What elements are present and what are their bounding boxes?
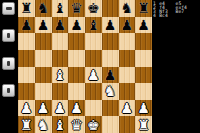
piece-black-queen: ♛ (70, 0, 83, 16)
square-f2[interactable] (102, 100, 119, 117)
square-f7[interactable]: ♟ (102, 17, 119, 34)
square-c1[interactable]: ♝ (52, 116, 69, 133)
square-b4[interactable] (35, 67, 52, 84)
square-b1[interactable]: ♞ (35, 116, 52, 133)
white-move[interactable]: Bc4 (159, 14, 175, 18)
square-c8[interactable]: ♝ (52, 0, 69, 17)
piece-black-pawn: ♟ (104, 17, 117, 33)
square-g1[interactable] (119, 116, 136, 133)
piece-white-bishop: ♝ (54, 117, 67, 133)
toolbar-button-4[interactable] (2, 84, 15, 97)
square-d8[interactable]: ♛ (68, 0, 85, 17)
square-a1[interactable]: ♜ (18, 116, 35, 133)
square-h4[interactable] (135, 67, 152, 84)
square-e4[interactable]: ♟ (85, 67, 102, 84)
square-b3[interactable] (35, 83, 52, 100)
square-h5[interactable] (135, 50, 152, 67)
square-a5[interactable] (18, 50, 35, 67)
square-e2[interactable] (85, 100, 102, 117)
piece-black-king: ♚ (87, 0, 100, 16)
move-row: 4 Bc4 (153, 14, 196, 18)
toolbar-button-1-icon (6, 7, 12, 10)
square-g5[interactable] (119, 50, 136, 67)
square-b2[interactable]: ♟ (35, 100, 52, 117)
piece-black-bishop: ♝ (54, 0, 67, 16)
piece-white-queen: ♛ (70, 117, 83, 133)
square-f8[interactable] (102, 0, 119, 17)
piece-white-king: ♚ (87, 117, 100, 133)
square-d3[interactable] (68, 83, 85, 100)
piece-white-pawn: ♟ (37, 100, 50, 116)
square-g3[interactable] (119, 83, 136, 100)
square-d1[interactable]: ♛ (68, 116, 85, 133)
toolbar-button-1[interactable] (2, 2, 15, 15)
piece-white-pawn: ♟ (20, 100, 33, 116)
square-b8[interactable]: ♞ (35, 0, 52, 17)
toolbar-button-4-icon (7, 88, 10, 93)
piece-black-pawn: ♟ (104, 67, 117, 83)
chess-app: ♜♞♝♛♚♞♜♟♟♟♟♝♟♟♟♝♟♟♞♟♟♟♟♟♟♜♞♝♛♚♜ 1 e4 e5 … (0, 0, 200, 133)
square-c3[interactable] (52, 83, 69, 100)
square-h2[interactable]: ♟ (135, 100, 152, 117)
square-f5[interactable] (102, 50, 119, 67)
move-list-panel: 1 e4 e5 2 f4 exf4 3 Nf3 Be7 4 Bc4 (152, 0, 200, 133)
square-c2[interactable]: ♟ (52, 100, 69, 117)
toolbar-button-3[interactable] (2, 57, 15, 70)
piece-white-rook: ♜ (137, 117, 150, 133)
toolbar-button-3-icon (7, 61, 10, 66)
square-e7[interactable]: ♝ (85, 17, 102, 34)
piece-black-rook: ♜ (20, 0, 33, 16)
square-f4[interactable]: ♟ (102, 67, 119, 84)
square-e3[interactable] (85, 83, 102, 100)
square-a6[interactable] (18, 33, 35, 50)
left-toolbar (0, 0, 18, 133)
piece-black-bishop: ♝ (87, 17, 100, 33)
piece-black-pawn: ♟ (37, 17, 50, 33)
square-f6[interactable] (102, 33, 119, 50)
square-d7[interactable]: ♟ (68, 17, 85, 34)
square-g2[interactable]: ♟ (119, 100, 136, 117)
piece-white-pawn: ♟ (54, 100, 67, 116)
square-e6[interactable] (85, 33, 102, 50)
toolbar-button-2[interactable] (2, 29, 15, 42)
black-move[interactable] (176, 14, 196, 18)
piece-black-pawn: ♟ (70, 17, 83, 33)
piece-white-rook: ♜ (20, 117, 33, 133)
square-g8[interactable]: ♞ (119, 0, 136, 17)
square-b7[interactable]: ♟ (35, 17, 52, 34)
piece-white-pawn: ♟ (87, 67, 100, 83)
square-c4[interactable]: ♝ (52, 67, 69, 84)
square-g7[interactable]: ♟ (119, 17, 136, 34)
square-e5[interactable] (85, 50, 102, 67)
square-h8[interactable]: ♜ (135, 0, 152, 17)
square-d6[interactable] (68, 33, 85, 50)
piece-white-knight: ♞ (37, 117, 50, 133)
square-b5[interactable] (35, 50, 52, 67)
square-e8[interactable]: ♚ (85, 0, 102, 17)
square-a3[interactable] (18, 83, 35, 100)
piece-black-knight: ♞ (37, 0, 50, 16)
square-h7[interactable]: ♟ (135, 17, 152, 34)
square-d4[interactable] (68, 67, 85, 84)
square-h1[interactable]: ♜ (135, 116, 152, 133)
piece-black-knight: ♞ (121, 0, 134, 16)
square-h6[interactable] (135, 33, 152, 50)
square-c5[interactable] (52, 50, 69, 67)
square-b6[interactable] (35, 33, 52, 50)
move-list: 1 e4 e5 2 f4 exf4 3 Nf3 Be7 4 Bc4 (153, 1, 196, 18)
square-h3[interactable] (135, 83, 152, 100)
square-f3[interactable]: ♞ (102, 83, 119, 100)
square-d2[interactable]: ♟ (68, 100, 85, 117)
square-a7[interactable]: ♟ (18, 17, 35, 34)
piece-black-pawn: ♟ (20, 17, 33, 33)
piece-black-pawn: ♟ (121, 17, 134, 33)
square-g4[interactable] (119, 67, 136, 84)
piece-black-pawn: ♟ (137, 17, 150, 33)
square-d5[interactable] (68, 50, 85, 67)
square-a4[interactable] (18, 67, 35, 84)
square-a2[interactable]: ♟ (18, 100, 35, 117)
chess-board: ♜♞♝♛♚♞♜♟♟♟♟♝♟♟♟♝♟♟♞♟♟♟♟♟♟♜♞♝♛♚♜ (18, 0, 152, 133)
square-e1[interactable]: ♚ (85, 116, 102, 133)
piece-white-knight: ♞ (104, 83, 117, 99)
square-f1[interactable] (102, 116, 119, 133)
square-c7[interactable]: ♟ (52, 17, 69, 34)
piece-black-rook: ♜ (137, 0, 150, 16)
piece-white-pawn: ♟ (121, 100, 134, 116)
toolbar-button-2-icon (7, 33, 10, 38)
square-c6[interactable] (52, 33, 69, 50)
piece-white-pawn: ♟ (70, 100, 83, 116)
piece-white-pawn: ♟ (137, 100, 150, 116)
piece-white-bishop: ♝ (54, 67, 67, 83)
square-a8[interactable]: ♜ (18, 0, 35, 17)
square-g6[interactable] (119, 33, 136, 50)
piece-black-pawn: ♟ (54, 17, 67, 33)
